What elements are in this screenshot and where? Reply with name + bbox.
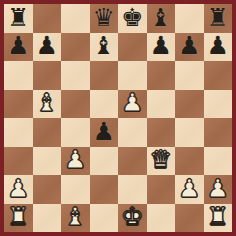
square-h5[interactable]	[204, 90, 233, 119]
square-b6[interactable]	[33, 61, 62, 90]
white-queen-piece: ♛	[150, 147, 172, 172]
square-e4[interactable]	[118, 118, 147, 147]
square-a2[interactable]: ♟	[4, 175, 33, 204]
square-b5[interactable]: ♝	[33, 90, 62, 119]
square-d7[interactable]: ♝	[90, 33, 119, 62]
square-g8[interactable]	[175, 4, 204, 33]
square-f3[interactable]: ♛	[147, 147, 176, 176]
square-c2[interactable]	[61, 175, 90, 204]
white-pawn-piece: ♟	[64, 147, 86, 172]
black-bishop-piece: ♝	[150, 5, 172, 30]
square-c5[interactable]	[61, 90, 90, 119]
black-queen-piece: ♛	[93, 5, 115, 30]
square-c3[interactable]: ♟	[61, 147, 90, 176]
square-c6[interactable]	[61, 61, 90, 90]
white-rook-piece: ♜	[207, 204, 229, 229]
black-pawn-piece: ♟	[36, 33, 58, 58]
square-f6[interactable]	[147, 61, 176, 90]
square-a5[interactable]	[4, 90, 33, 119]
square-g2[interactable]: ♟	[175, 175, 204, 204]
square-c1[interactable]: ♝	[61, 204, 90, 233]
square-h3[interactable]	[204, 147, 233, 176]
square-b3[interactable]	[33, 147, 62, 176]
chess-board: ♜♛♚♝♜♟♟♝♟♟♟♝♟♟♟♛♟♟♟♜♝♚♜	[4, 4, 232, 232]
square-e1[interactable]: ♚	[118, 204, 147, 233]
square-g6[interactable]	[175, 61, 204, 90]
black-pawn-piece: ♟	[207, 33, 229, 58]
white-pawn-piece: ♟	[178, 176, 200, 201]
square-g7[interactable]: ♟	[175, 33, 204, 62]
square-c8[interactable]	[61, 4, 90, 33]
square-f8[interactable]: ♝	[147, 4, 176, 33]
white-pawn-piece: ♟	[7, 176, 29, 201]
square-h1[interactable]: ♜	[204, 204, 233, 233]
black-pawn-piece: ♟	[93, 119, 115, 144]
chess-board-frame: ♜♛♚♝♜♟♟♝♟♟♟♝♟♟♟♛♟♟♟♜♝♚♜	[0, 0, 236, 236]
black-bishop-piece: ♝	[93, 33, 115, 58]
square-e2[interactable]	[118, 175, 147, 204]
square-b4[interactable]	[33, 118, 62, 147]
white-king-piece: ♚	[121, 204, 143, 229]
square-g4[interactable]	[175, 118, 204, 147]
square-b8[interactable]	[33, 4, 62, 33]
black-pawn-piece: ♟	[178, 33, 200, 58]
square-f1[interactable]	[147, 204, 176, 233]
square-e3[interactable]	[118, 147, 147, 176]
square-b2[interactable]	[33, 175, 62, 204]
square-d5[interactable]	[90, 90, 119, 119]
square-c7[interactable]	[61, 33, 90, 62]
square-h2[interactable]: ♟	[204, 175, 233, 204]
black-king-piece: ♚	[121, 5, 143, 30]
black-rook-piece: ♜	[207, 5, 229, 30]
black-pawn-piece: ♟	[7, 33, 29, 58]
square-d6[interactable]	[90, 61, 119, 90]
square-h8[interactable]: ♜	[204, 4, 233, 33]
square-e5[interactable]: ♟	[118, 90, 147, 119]
square-h4[interactable]	[204, 118, 233, 147]
square-c4[interactable]	[61, 118, 90, 147]
square-a3[interactable]	[4, 147, 33, 176]
white-rook-piece: ♜	[7, 204, 29, 229]
square-f2[interactable]	[147, 175, 176, 204]
square-f4[interactable]	[147, 118, 176, 147]
square-f7[interactable]: ♟	[147, 33, 176, 62]
square-d3[interactable]	[90, 147, 119, 176]
square-d8[interactable]: ♛	[90, 4, 119, 33]
square-h7[interactable]: ♟	[204, 33, 233, 62]
white-pawn-piece: ♟	[207, 176, 229, 201]
square-a7[interactable]: ♟	[4, 33, 33, 62]
white-bishop-piece: ♝	[64, 204, 86, 229]
white-bishop-piece: ♝	[36, 90, 58, 115]
square-d2[interactable]	[90, 175, 119, 204]
square-g1[interactable]	[175, 204, 204, 233]
square-g5[interactable]	[175, 90, 204, 119]
black-pawn-piece: ♟	[150, 33, 172, 58]
square-a8[interactable]: ♜	[4, 4, 33, 33]
square-g3[interactable]	[175, 147, 204, 176]
square-a1[interactable]: ♜	[4, 204, 33, 233]
square-d4[interactable]: ♟	[90, 118, 119, 147]
square-b7[interactable]: ♟	[33, 33, 62, 62]
square-b1[interactable]	[33, 204, 62, 233]
square-e7[interactable]	[118, 33, 147, 62]
square-d1[interactable]	[90, 204, 119, 233]
square-a6[interactable]	[4, 61, 33, 90]
square-h6[interactable]	[204, 61, 233, 90]
square-e8[interactable]: ♚	[118, 4, 147, 33]
black-rook-piece: ♜	[7, 5, 29, 30]
white-pawn-piece: ♟	[121, 90, 143, 115]
square-f5[interactable]	[147, 90, 176, 119]
square-a4[interactable]	[4, 118, 33, 147]
square-e6[interactable]	[118, 61, 147, 90]
